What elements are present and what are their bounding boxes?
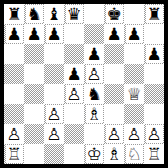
- piece-white-pawn: ♙: [106, 125, 123, 143]
- piece-white-queen: ♕: [126, 85, 143, 103]
- piece-white-pawn: ♙: [126, 125, 143, 143]
- square-f8[interactable]: ♚: [104, 4, 124, 24]
- piece-white-pawn: ♙: [86, 65, 103, 83]
- square-g8[interactable]: [124, 4, 144, 24]
- square-h6[interactable]: ♟: [144, 44, 164, 64]
- square-d8[interactable]: ♛: [64, 4, 84, 24]
- chess-board: ♜♞♝♛♚♜♟♟♟♟♟♟♟♟♙♙♞♕♙♗♙♙♙♙♙♖♔♗♘♖: [4, 4, 164, 164]
- piece-black-pawn: ♟: [106, 25, 123, 43]
- square-d4[interactable]: ♙: [64, 84, 84, 104]
- square-e8[interactable]: [84, 4, 104, 24]
- square-g3[interactable]: [124, 104, 144, 124]
- square-g4[interactable]: ♕: [124, 84, 144, 104]
- square-e7[interactable]: [84, 24, 104, 44]
- piece-white-knight: ♘: [126, 145, 143, 163]
- square-h4[interactable]: [144, 84, 164, 104]
- square-f7[interactable]: ♟: [104, 24, 124, 44]
- square-a2[interactable]: ♙: [4, 124, 24, 144]
- piece-black-rook: ♜: [146, 5, 163, 23]
- piece-black-king: ♚: [106, 5, 123, 23]
- square-f6[interactable]: [104, 44, 124, 64]
- square-c1[interactable]: [44, 144, 64, 164]
- piece-black-pawn: ♟: [46, 25, 63, 43]
- square-b1[interactable]: [24, 144, 44, 164]
- piece-black-pawn: ♟: [66, 65, 83, 83]
- square-h2[interactable]: ♙: [144, 124, 164, 144]
- square-d7[interactable]: [64, 24, 84, 44]
- square-h7[interactable]: [144, 24, 164, 44]
- square-b8[interactable]: ♞: [24, 4, 44, 24]
- square-h1[interactable]: ♖: [144, 144, 164, 164]
- piece-white-pawn: ♙: [46, 125, 63, 143]
- square-e6[interactable]: ♟: [84, 44, 104, 64]
- square-b6[interactable]: [24, 44, 44, 64]
- square-f2[interactable]: ♙: [104, 124, 124, 144]
- piece-black-pawn: ♟: [86, 45, 103, 63]
- square-d2[interactable]: [64, 124, 84, 144]
- square-c6[interactable]: [44, 44, 64, 64]
- square-h8[interactable]: ♜: [144, 4, 164, 24]
- square-c2[interactable]: ♙: [44, 124, 64, 144]
- piece-black-queen: ♛: [66, 5, 83, 23]
- square-f5[interactable]: [104, 64, 124, 84]
- square-a8[interactable]: ♜: [4, 4, 24, 24]
- square-h3[interactable]: [144, 104, 164, 124]
- square-a5[interactable]: [4, 64, 24, 84]
- square-e1[interactable]: ♔: [84, 144, 104, 164]
- square-c7[interactable]: ♟: [44, 24, 64, 44]
- piece-black-pawn: ♟: [26, 25, 43, 43]
- chess-diagram: ♜♞♝♛♚♜♟♟♟♟♟♟♟♟♙♙♞♕♙♗♙♙♙♙♙♖♔♗♘♖: [0, 0, 168, 168]
- piece-white-king: ♔: [86, 145, 103, 163]
- square-b7[interactable]: ♟: [24, 24, 44, 44]
- square-a4[interactable]: [4, 84, 24, 104]
- square-a3[interactable]: [4, 104, 24, 124]
- square-a6[interactable]: [4, 44, 24, 64]
- square-b3[interactable]: [24, 104, 44, 124]
- piece-white-bishop: ♗: [106, 145, 123, 163]
- square-g2[interactable]: ♙: [124, 124, 144, 144]
- piece-black-pawn: ♟: [6, 25, 23, 43]
- square-a7[interactable]: ♟: [4, 24, 24, 44]
- square-a1[interactable]: ♖: [4, 144, 24, 164]
- square-d5[interactable]: ♟: [64, 64, 84, 84]
- square-b5[interactable]: [24, 64, 44, 84]
- piece-black-rook: ♜: [6, 5, 23, 23]
- square-f3[interactable]: [104, 104, 124, 124]
- piece-white-pawn: ♙: [146, 125, 163, 143]
- piece-black-pawn: ♟: [126, 25, 143, 43]
- piece-white-rook: ♖: [6, 145, 23, 163]
- square-c8[interactable]: ♝: [44, 4, 64, 24]
- square-d6[interactable]: [64, 44, 84, 64]
- square-c3[interactable]: ♙: [44, 104, 64, 124]
- square-e2[interactable]: [84, 124, 104, 144]
- piece-black-knight: ♞: [86, 85, 103, 103]
- piece-black-pawn: ♟: [146, 45, 163, 63]
- square-c4[interactable]: [44, 84, 64, 104]
- piece-white-pawn: ♙: [6, 125, 23, 143]
- square-f1[interactable]: ♗: [104, 144, 124, 164]
- piece-white-rook: ♖: [146, 145, 163, 163]
- square-d1[interactable]: [64, 144, 84, 164]
- piece-black-bishop: ♝: [46, 5, 63, 23]
- square-g6[interactable]: [124, 44, 144, 64]
- square-g5[interactable]: [124, 64, 144, 84]
- square-e5[interactable]: ♙: [84, 64, 104, 84]
- piece-white-pawn: ♙: [66, 85, 83, 103]
- square-c5[interactable]: [44, 64, 64, 84]
- piece-black-knight: ♞: [26, 5, 43, 23]
- piece-white-bishop: ♗: [86, 105, 103, 123]
- square-f4[interactable]: [104, 84, 124, 104]
- square-b4[interactable]: [24, 84, 44, 104]
- square-g7[interactable]: ♟: [124, 24, 144, 44]
- square-h5[interactable]: [144, 64, 164, 84]
- square-e3[interactable]: ♗: [84, 104, 104, 124]
- square-b2[interactable]: [24, 124, 44, 144]
- piece-white-pawn: ♙: [46, 105, 63, 123]
- square-g1[interactable]: ♘: [124, 144, 144, 164]
- square-d3[interactable]: [64, 104, 84, 124]
- square-e4[interactable]: ♞: [84, 84, 104, 104]
